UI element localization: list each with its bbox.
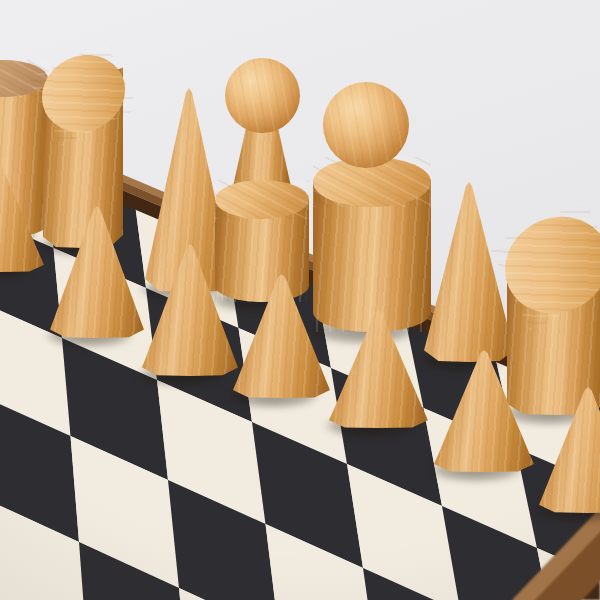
cone-body [233, 274, 330, 398]
wood-grain [215, 180, 309, 219]
wood-grain [0, 162, 44, 272]
cone-body [142, 244, 238, 376]
chess-piece-pawn-d2[interactable] [233, 274, 330, 398]
cone-body [50, 206, 144, 338]
wood-grain [233, 274, 330, 398]
chess-piece-king-e1[interactable] [313, 82, 431, 332]
king-cylinder [313, 157, 431, 332]
cone-body [329, 310, 428, 428]
chess-piece-pawn-b2[interactable] [50, 206, 144, 338]
queen-ball-finial [225, 58, 300, 133]
cone-body [539, 387, 600, 513]
wood-grain [434, 350, 534, 472]
chess-piece-pawn-a2[interactable] [0, 162, 44, 272]
cone-body [0, 162, 44, 272]
chess-piece-pawn-e2[interactable] [329, 310, 428, 428]
king-ball-finial [323, 82, 409, 168]
wood-grain [329, 310, 428, 428]
wood-grain [142, 244, 238, 376]
wood-grain [225, 58, 300, 133]
wood-grain [539, 387, 600, 513]
chess-piece-pawn-f2[interactable] [434, 350, 534, 472]
wood-grain [323, 82, 409, 168]
cylinder-top-face [215, 180, 309, 219]
wood-grain [50, 206, 144, 338]
chess-piece-pawn-g2[interactable] [539, 387, 600, 513]
chess-piece-pawn-c2[interactable] [142, 244, 238, 376]
cone-body [434, 350, 534, 472]
chess-pieces-layer [0, 0, 600, 600]
product-photo-scene [0, 0, 600, 600]
